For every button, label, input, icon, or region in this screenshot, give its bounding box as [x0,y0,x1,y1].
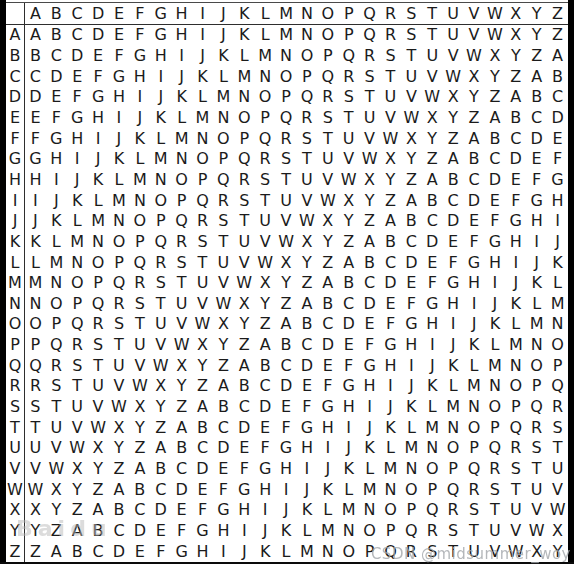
cell-M-R: D [380,273,401,294]
cell-P-N: C [296,335,317,356]
cell-C-E: G [109,66,130,87]
cell-S-I: A [192,397,213,418]
cell-K-J: T [213,232,234,253]
cell-K-L: V [255,232,276,253]
cell-E-E: I [109,108,130,129]
cell-H-T: A [422,170,443,191]
cell-D-W: Z [484,87,505,108]
cell-C-N: P [296,66,317,87]
cell-P-B: Q [46,335,67,356]
cell-I-W: E [484,190,505,211]
cell-X-C: Z [67,500,88,521]
cell-F-Y: D [526,128,547,149]
cell-F-G: L [150,128,171,149]
cell-L-B: M [46,252,67,273]
cell-S-L: D [255,397,276,418]
cell-C-U: W [443,66,464,87]
cell-W-O: K [317,479,338,500]
cell-N-J: W [213,294,234,315]
cell-H-N: U [296,170,317,191]
cell-R-B: S [46,376,67,397]
cell-Y-V: T [464,521,485,542]
cell-X-T: Q [422,500,443,521]
cell-B-T: U [422,46,443,67]
cell-J-S: B [401,211,422,232]
cell-S-C: U [67,397,88,418]
cell-N-H: U [171,294,192,315]
col-header-W: W [484,3,505,25]
cell-R-N: E [296,376,317,397]
cell-F-W: B [484,128,505,149]
cell-C-C: E [67,66,88,87]
cell-P-H: W [171,335,192,356]
cell-W-G: C [150,479,171,500]
cell-N-E: R [109,294,130,315]
cell-L-A: L [25,252,46,273]
cell-O-I: W [192,314,213,335]
cell-J-X: G [505,211,526,232]
cell-I-M: U [276,190,297,211]
cell-I-C: K [67,190,88,211]
cell-L-O: Z [317,252,338,273]
cell-Q-Z: P [547,355,568,376]
cell-Q-P: F [338,355,359,376]
cell-L-L: W [255,252,276,273]
cell-M-Z: L [547,273,568,294]
cell-S-K: C [234,397,255,418]
cell-Z-L: K [255,541,276,562]
cell-X-Q: N [359,500,380,521]
cell-S-N: F [296,397,317,418]
cell-O-S: G [401,314,422,335]
cell-U-Y: S [526,438,547,459]
cell-S-J: B [213,397,234,418]
col-header-I: I [192,3,213,25]
cell-U-M: G [276,438,297,459]
cell-G-G: M [150,149,171,170]
cell-W-H: D [171,479,192,500]
cell-A-A: A [25,25,46,46]
cell-C-G: I [150,66,171,87]
cell-X-A: X [25,500,46,521]
cell-U-I: C [192,438,213,459]
cell-F-D: I [88,128,109,149]
cell-Y-A: Y [25,521,46,542]
cell-D-R: U [380,87,401,108]
cell-U-F: Z [129,438,150,459]
cell-A-D: D [88,25,109,46]
cell-V-L: G [255,459,276,480]
cell-N-F: S [129,294,150,315]
cell-K-W: G [484,232,505,253]
cell-N-W: J [484,294,505,315]
cell-W-U: Q [443,479,464,500]
cell-L-S: D [401,252,422,273]
cell-O-Z: N [547,314,568,335]
cell-I-U: C [443,190,464,211]
cell-A-N: N [296,25,317,46]
cell-J-E: N [109,211,130,232]
cell-R-T: K [422,376,443,397]
cell-U-E: Y [109,438,130,459]
row-header-Z: Z [6,541,25,562]
cell-L-E: P [109,252,130,273]
cell-U-O: I [317,438,338,459]
cell-L-W: H [484,252,505,273]
cell-Z-X: W [505,541,526,562]
cell-D-H: K [171,87,192,108]
cell-Y-L: J [255,521,276,542]
cell-W-Y: U [526,479,547,500]
col-header-Z: Z [547,3,568,25]
cell-Y-Z: X [547,521,568,542]
cell-L-T: E [422,252,443,273]
cell-T-W: P [484,417,505,438]
cell-I-T: B [422,190,443,211]
cell-Y-K: I [234,521,255,542]
cell-G-D: J [88,149,109,170]
cell-M-C: O [67,273,88,294]
cell-E-A: E [25,108,46,129]
cell-B-X: Y [505,46,526,67]
cell-J-T: C [422,211,443,232]
tabula-recta-grid: ABCDEFGHIJKLMNOPQRSTUVWXYZAABCDEFGHIJKLM… [6,2,568,562]
cell-D-M: P [276,87,297,108]
cell-J-O: X [317,211,338,232]
cell-B-H: I [171,46,192,67]
cell-A-V: V [464,25,485,46]
cell-U-Z: T [547,438,568,459]
cell-H-Y: F [526,170,547,191]
row-header-E: E [6,108,25,129]
cell-B-C: D [67,46,88,67]
cell-R-Y: P [526,376,547,397]
cell-Y-W: U [484,521,505,542]
row-header-A: A [6,25,25,46]
cell-B-B: C [46,46,67,67]
cell-A-J: J [213,25,234,46]
cell-U-S: M [401,438,422,459]
cell-P-I: X [192,335,213,356]
cell-U-V: P [464,438,485,459]
cell-H-Z: G [547,170,568,191]
cell-R-K: B [234,376,255,397]
cell-W-E: A [109,479,130,500]
cell-A-O: O [317,25,338,46]
cell-Q-I: Y [192,355,213,376]
cell-N-I: V [192,294,213,315]
cell-K-G: Q [150,232,171,253]
cell-U-T: N [422,438,443,459]
cell-A-Y: Y [526,25,547,46]
cell-N-B: O [46,294,67,315]
row-header-S: S [6,397,25,418]
cell-P-Z: O [547,335,568,356]
cell-M-X: J [505,273,526,294]
cell-S-R: J [380,397,401,418]
cell-X-Y: V [526,500,547,521]
cell-A-W: W [484,25,505,46]
cell-H-S: Z [401,170,422,191]
cell-D-O: R [317,87,338,108]
row-header-F: F [6,128,25,149]
cell-K-F: P [129,232,150,253]
cell-Q-J: Z [213,355,234,376]
cell-E-V: Z [464,108,485,129]
cell-I-K: S [234,190,255,211]
cell-H-G: N [150,170,171,191]
cell-C-A: C [25,66,46,87]
cell-F-J: O [213,128,234,149]
cell-T-Z: S [547,417,568,438]
cell-O-Y: M [526,314,547,335]
cell-J-L: U [255,211,276,232]
cell-Z-T: S [422,541,443,562]
cell-K-M: W [276,232,297,253]
cell-M-D: P [88,273,109,294]
cell-E-S: W [401,108,422,129]
cell-Z-O: N [317,541,338,562]
cell-Q-K: A [234,355,255,376]
cell-L-V: G [464,252,485,273]
cell-T-O: H [317,417,338,438]
cell-A-Z: Z [547,25,568,46]
cell-F-M: R [276,128,297,149]
cell-W-A: W [25,479,46,500]
cell-B-W: X [484,46,505,67]
cell-R-E: V [109,376,130,397]
cell-K-V: F [464,232,485,253]
cell-C-K: M [234,66,255,87]
cell-P-K: Z [234,335,255,356]
cell-K-I: S [192,232,213,253]
cell-P-P: E [338,335,359,356]
cell-L-Y: J [526,252,547,273]
cell-G-R: X [380,149,401,170]
cell-T-P: I [338,417,359,438]
cell-M-U: G [443,273,464,294]
cell-E-B: F [46,108,67,129]
col-header-H: H [171,3,192,25]
cell-U-Q: K [359,438,380,459]
cell-W-B: X [46,479,67,500]
cell-R-W: N [484,376,505,397]
col-header-G: G [150,3,171,25]
cell-J-J: S [213,211,234,232]
cell-Q-G: W [150,355,171,376]
row-header-T: T [6,417,25,438]
cell-N-S: F [401,294,422,315]
cell-A-X: X [505,25,526,46]
cell-H-L: S [255,170,276,191]
cell-B-E: F [109,46,130,67]
cell-L-P: A [338,252,359,273]
cell-V-A: V [25,459,46,480]
cell-Q-S: I [401,355,422,376]
cell-V-W: R [484,459,505,480]
cell-T-C: V [67,417,88,438]
cell-A-G: G [150,25,171,46]
cell-K-C: M [67,232,88,253]
cell-X-N: K [296,500,317,521]
cell-T-Y: R [526,417,547,438]
cell-G-I: O [192,149,213,170]
col-header-R: R [380,3,401,25]
cell-M-E: Q [109,273,130,294]
cell-D-Z: C [547,87,568,108]
cell-O-X: L [505,314,526,335]
cell-D-C: F [67,87,88,108]
cell-S-D: V [88,397,109,418]
cell-S-O: G [317,397,338,418]
cell-S-M: E [276,397,297,418]
cell-X-B: Y [46,500,67,521]
cell-P-J: Y [213,335,234,356]
cell-R-R: I [380,376,401,397]
cell-Z-U: T [443,541,464,562]
cell-Q-V: L [464,355,485,376]
cell-C-V: X [464,66,485,87]
cell-J-U: D [443,211,464,232]
cell-U-P: J [338,438,359,459]
cell-I-X: F [505,190,526,211]
cell-V-O: J [317,459,338,480]
cell-P-G: V [150,335,171,356]
cell-M-L: X [255,273,276,294]
cell-G-M: S [276,149,297,170]
cell-B-V: W [464,46,485,67]
cell-D-J: M [213,87,234,108]
cell-I-O: W [317,190,338,211]
cell-N-C: P [67,294,88,315]
cell-Q-Y: O [526,355,547,376]
cell-X-J: G [213,500,234,521]
cell-O-D: R [88,314,109,335]
cell-B-G: H [150,46,171,67]
cell-K-X: H [505,232,526,253]
cell-U-L: F [255,438,276,459]
cell-N-N: A [296,294,317,315]
cell-P-O: D [317,335,338,356]
cell-C-L: N [255,66,276,87]
cell-U-W: Q [484,438,505,459]
cell-K-O: Y [317,232,338,253]
cell-I-N: V [296,190,317,211]
cell-N-L: Y [255,294,276,315]
cell-F-P: U [338,128,359,149]
row-header-I: I [6,190,25,211]
cell-L-F: Q [129,252,150,273]
cell-G-A: G [25,149,46,170]
cell-U-R: L [380,438,401,459]
cell-Z-Z: Y [547,541,568,562]
cell-X-R: O [380,500,401,521]
cell-P-Y: N [526,335,547,356]
cell-W-V: R [464,479,485,500]
col-header-U: U [443,3,464,25]
cell-C-I: K [192,66,213,87]
cell-T-G: Z [150,417,171,438]
cell-D-S: V [401,87,422,108]
cell-V-N: I [296,459,317,480]
cell-E-T: X [422,108,443,129]
cell-O-T: H [422,314,443,335]
cell-B-A: B [25,46,46,67]
cell-F-F: K [129,128,150,149]
cell-Z-M: L [276,541,297,562]
cell-R-Q: H [359,376,380,397]
cell-J-M: V [276,211,297,232]
cell-X-L: I [255,500,276,521]
cell-D-K: N [234,87,255,108]
row-header-P: P [6,335,25,356]
cell-C-M: O [276,66,297,87]
cell-Z-Q: P [359,541,380,562]
cell-V-G: B [150,459,171,480]
cell-N-V: I [464,294,485,315]
cell-F-H: M [171,128,192,149]
cell-V-Z: U [547,459,568,480]
cell-D-V: Y [464,87,485,108]
cell-G-K: Q [234,149,255,170]
cell-U-X: R [505,438,526,459]
cell-G-B: H [46,149,67,170]
cell-S-Z: R [547,397,568,418]
cell-D-A: D [25,87,46,108]
cell-G-X: D [505,149,526,170]
cell-H-P: W [338,170,359,191]
cell-O-N: B [296,314,317,335]
cell-K-R: B [380,232,401,253]
cell-N-D: Q [88,294,109,315]
cell-R-Z: Q [547,376,568,397]
col-header-D: D [88,3,109,25]
cell-A-E: E [109,25,130,46]
cell-T-J: C [213,417,234,438]
cell-N-Z: M [547,294,568,315]
cell-L-M: X [276,252,297,273]
cell-R-M: D [276,376,297,397]
cell-P-R: G [380,335,401,356]
cell-N-U: H [443,294,464,315]
cell-R-U: L [443,376,464,397]
cell-E-N: R [296,108,317,129]
row-header-U: U [6,438,25,459]
cell-G-L: R [255,149,276,170]
cell-L-J: U [213,252,234,273]
cell-D-N: Q [296,87,317,108]
row-header-B: B [6,46,25,67]
cell-H-J: Q [213,170,234,191]
cell-K-A: K [25,232,46,253]
row-header-M: M [6,273,25,294]
cell-G-W: C [484,149,505,170]
cell-V-U: P [443,459,464,480]
col-header-S: S [401,3,422,25]
cell-W-R: N [380,479,401,500]
cell-Z-V: U [464,541,485,562]
cell-R-I: Z [192,376,213,397]
col-header-E: E [109,3,130,25]
row-header-C: C [6,66,25,87]
cell-K-U: E [443,232,464,253]
cell-O-W: K [484,314,505,335]
cell-Y-I: G [192,521,213,542]
col-header-V: V [464,3,485,25]
cell-B-Z: A [547,46,568,67]
cell-J-B: K [46,211,67,232]
cell-B-L: M [255,46,276,67]
